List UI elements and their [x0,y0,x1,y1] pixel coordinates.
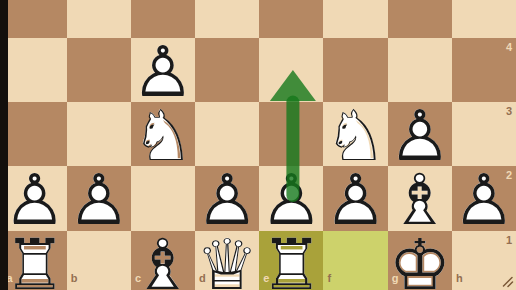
square-b4[interactable] [67,38,131,102]
file-label-f: f [328,272,332,284]
square-g5[interactable] [388,0,452,38]
file-label-d: d [199,272,206,284]
square-f4[interactable] [323,38,387,102]
letterbox-left [0,0,8,290]
square-e4[interactable] [259,38,323,102]
file-label-h: h [456,272,463,284]
square-b5[interactable] [67,0,131,38]
chess-board-viewport: ♟♙♞♘♞♘♟♙♟♙♟♙♟♙♟♙♟♙♝♗♟♙♜♖♝♗♛♕♜♖♚♔ abcdefg… [0,0,516,290]
square-f5[interactable] [323,0,387,38]
file-label-e: e [263,272,269,284]
white-pawn-b2[interactable]: ♟♙ [67,168,131,232]
chess-board: ♟♙♞♘♞♘♟♙♟♙♟♙♟♙♟♙♟♙♝♗♟♙♜♖♝♗♛♕♜♖♚♔ [3,0,516,290]
square-c4[interactable]: ♟♙ [131,38,195,102]
rank-label-4: 4 [506,41,512,53]
square-a2[interactable]: ♟♙ [3,166,67,230]
square-h5[interactable] [452,0,516,38]
rank-label-1: 1 [506,234,512,246]
square-b3[interactable] [67,102,131,166]
square-a3[interactable] [3,102,67,166]
square-d4[interactable] [195,38,259,102]
square-f3[interactable]: ♞♘ [323,102,387,166]
rank-label-3: 3 [506,105,512,117]
rank-label-2: 2 [506,169,512,181]
square-e2[interactable]: ♟♙ [259,166,323,230]
file-label-g: g [392,272,399,284]
square-b2[interactable]: ♟♙ [67,166,131,230]
white-knight-c3[interactable]: ♞♘ [131,104,195,168]
square-e5[interactable] [259,0,323,38]
square-d5[interactable] [195,0,259,38]
square-g3[interactable]: ♟♙ [388,102,452,166]
board-resize-handle-icon[interactable] [501,275,514,288]
square-f2[interactable]: ♟♙ [323,166,387,230]
square-g4[interactable] [388,38,452,102]
square-d3[interactable] [195,102,259,166]
square-c3[interactable]: ♞♘ [131,102,195,166]
square-d2[interactable]: ♟♙ [195,166,259,230]
file-label-c: c [135,272,141,284]
square-g2[interactable]: ♝♗ [388,166,452,230]
square-a4[interactable] [3,38,67,102]
white-pawn-f2[interactable]: ♟♙ [323,168,387,232]
square-e3[interactable] [259,102,323,166]
file-label-b: b [71,272,78,284]
square-a5[interactable] [3,0,67,38]
